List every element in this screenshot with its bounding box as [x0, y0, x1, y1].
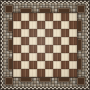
square-b2[interactable]	[21, 61, 29, 69]
board-frame	[0, 0, 90, 90]
square-b6[interactable]	[21, 29, 29, 37]
border-inlay-bar	[20, 77, 32, 82]
square-a2[interactable]	[13, 61, 21, 69]
square-b3[interactable]	[21, 53, 29, 61]
square-h8[interactable]	[69, 13, 77, 21]
corner-inlay-top-right	[77, 5, 85, 13]
square-d3[interactable]	[37, 53, 45, 61]
square-h3[interactable]	[69, 53, 77, 61]
square-h2[interactable]	[69, 61, 77, 69]
square-c3[interactable]	[29, 53, 37, 61]
border-inlay-bar	[77, 58, 82, 70]
square-f6[interactable]	[53, 29, 61, 37]
square-a7[interactable]	[13, 21, 21, 29]
square-e2[interactable]	[45, 61, 53, 69]
square-f3[interactable]	[53, 53, 61, 61]
square-d5[interactable]	[37, 37, 45, 45]
square-f2[interactable]	[53, 61, 61, 69]
square-f5[interactable]	[53, 37, 61, 45]
square-f1[interactable]	[53, 69, 61, 77]
corner-inlay-bottom-left	[5, 77, 13, 85]
square-c4[interactable]	[29, 45, 37, 53]
square-a4[interactable]	[13, 45, 21, 53]
square-e6[interactable]	[45, 29, 53, 37]
square-a8[interactable]	[13, 13, 21, 21]
square-g4[interactable]	[61, 45, 69, 53]
square-b8[interactable]	[21, 13, 29, 21]
square-c6[interactable]	[29, 29, 37, 37]
square-g8[interactable]	[61, 13, 69, 21]
square-g3[interactable]	[61, 53, 69, 61]
square-e4[interactable]	[45, 45, 53, 53]
square-c1[interactable]	[29, 69, 37, 77]
square-g1[interactable]	[61, 69, 69, 77]
square-f8[interactable]	[53, 13, 61, 21]
square-c8[interactable]	[29, 13, 37, 21]
border-inlay-bar	[77, 39, 82, 51]
square-d8[interactable]	[37, 13, 45, 21]
square-h1[interactable]	[69, 69, 77, 77]
chess-board	[13, 13, 77, 77]
square-h7[interactable]	[69, 21, 77, 29]
chess-board-photo	[0, 0, 90, 90]
square-a1[interactable]	[13, 69, 21, 77]
square-c7[interactable]	[29, 21, 37, 29]
corner-inlay-bottom-right	[77, 77, 85, 85]
square-h4[interactable]	[69, 45, 77, 53]
square-a5[interactable]	[13, 37, 21, 45]
square-e3[interactable]	[45, 53, 53, 61]
square-a6[interactable]	[13, 29, 21, 37]
square-c5[interactable]	[29, 37, 37, 45]
square-d2[interactable]	[37, 61, 45, 69]
square-g5[interactable]	[61, 37, 69, 45]
border-inlay-bar	[58, 77, 70, 82]
square-d1[interactable]	[37, 69, 45, 77]
square-f7[interactable]	[53, 21, 61, 29]
square-g2[interactable]	[61, 61, 69, 69]
square-b4[interactable]	[21, 45, 29, 53]
square-g6[interactable]	[61, 29, 69, 37]
square-d7[interactable]	[37, 21, 45, 29]
square-d4[interactable]	[37, 45, 45, 53]
square-e1[interactable]	[45, 69, 53, 77]
square-h6[interactable]	[69, 29, 77, 37]
square-h5[interactable]	[69, 37, 77, 45]
square-a3[interactable]	[13, 53, 21, 61]
square-b5[interactable]	[21, 37, 29, 45]
border-inlay-bar	[77, 20, 82, 32]
corner-inlay-top-left	[5, 5, 13, 13]
square-b7[interactable]	[21, 21, 29, 29]
square-b1[interactable]	[21, 69, 29, 77]
border-inlay-bar	[39, 77, 51, 82]
square-f4[interactable]	[53, 45, 61, 53]
square-d6[interactable]	[37, 29, 45, 37]
square-g7[interactable]	[61, 21, 69, 29]
square-e8[interactable]	[45, 13, 53, 21]
square-c2[interactable]	[29, 61, 37, 69]
square-e7[interactable]	[45, 21, 53, 29]
square-e5[interactable]	[45, 37, 53, 45]
